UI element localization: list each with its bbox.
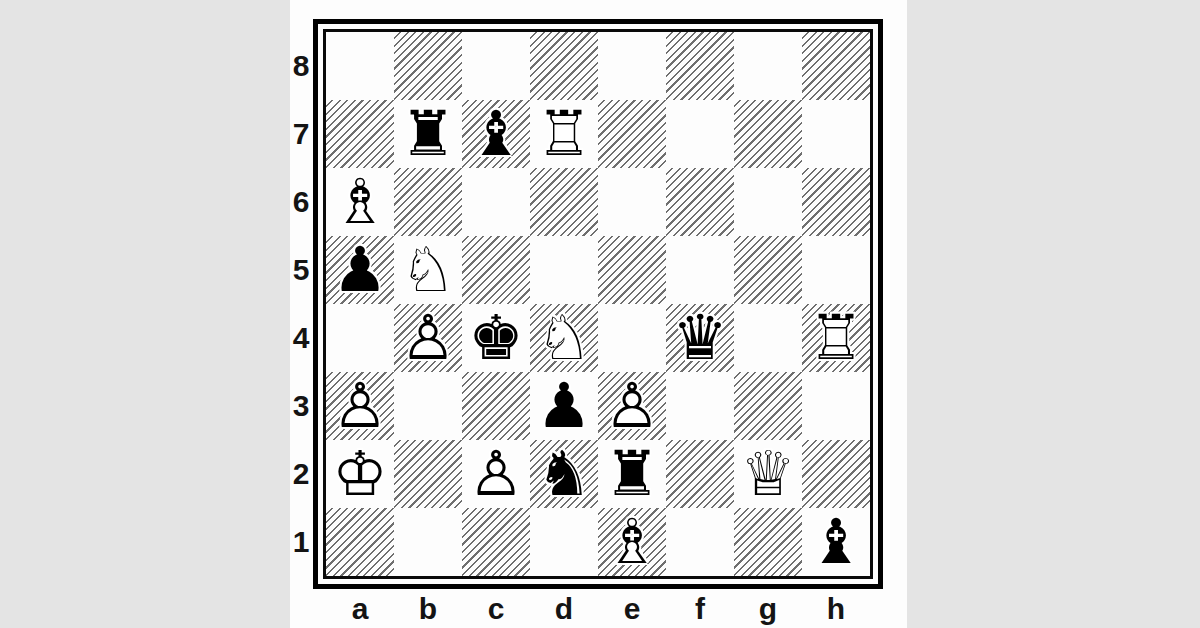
piece-halo: ♞ xyxy=(530,304,598,372)
piece-halo: ♜ xyxy=(394,100,462,168)
file-label-c: c xyxy=(462,591,530,626)
rank-labels: 87654321 xyxy=(290,32,312,576)
file-label-a: a xyxy=(326,591,394,626)
piece-black-king: ♚ xyxy=(462,304,530,372)
square-h5[interactable] xyxy=(802,236,870,304)
piece-black-bishop: ♝ xyxy=(462,100,530,168)
file-label-g: g xyxy=(734,591,802,626)
rank-label-3: 3 xyxy=(290,372,312,440)
square-g6[interactable] xyxy=(734,168,802,236)
square-g3[interactable] xyxy=(734,372,802,440)
square-f8[interactable] xyxy=(666,32,734,100)
square-c3[interactable] xyxy=(462,372,530,440)
square-d3[interactable]: ♟♟ xyxy=(530,372,598,440)
piece-black-pawn: ♟ xyxy=(326,236,394,304)
piece-halo: ♜ xyxy=(802,304,870,372)
piece-black-bishop: ♝ xyxy=(802,508,870,576)
page: 87654321 ♜♜♝♝♜♖♝♗♟♟♞♘♟♙♚♚♞♘♛♛♜♖♟♙♟♟♟♙♚♔♟… xyxy=(0,0,1200,628)
square-c4[interactable]: ♚♚ xyxy=(462,304,530,372)
rank-label-6: 6 xyxy=(290,168,312,236)
piece-halo: ♛ xyxy=(734,440,802,508)
square-b3[interactable] xyxy=(394,372,462,440)
square-c6[interactable] xyxy=(462,168,530,236)
rank-label-8: 8 xyxy=(290,32,312,100)
square-a8[interactable] xyxy=(326,32,394,100)
square-e6[interactable] xyxy=(598,168,666,236)
piece-white-rook: ♖ xyxy=(530,100,598,168)
piece-white-bishop: ♗ xyxy=(326,168,394,236)
square-g8[interactable] xyxy=(734,32,802,100)
rank-label-5: 5 xyxy=(290,236,312,304)
square-a3[interactable]: ♟♙ xyxy=(326,372,394,440)
square-e1[interactable]: ♝♗ xyxy=(598,508,666,576)
square-h8[interactable] xyxy=(802,32,870,100)
square-b2[interactable] xyxy=(394,440,462,508)
piece-white-pawn: ♙ xyxy=(462,440,530,508)
piece-halo: ♟ xyxy=(598,372,666,440)
square-g2[interactable]: ♛♕ xyxy=(734,440,802,508)
square-h1[interactable]: ♝♝ xyxy=(802,508,870,576)
square-e7[interactable] xyxy=(598,100,666,168)
piece-halo: ♟ xyxy=(530,372,598,440)
square-h4[interactable]: ♜♖ xyxy=(802,304,870,372)
file-label-d: d xyxy=(530,591,598,626)
piece-white-knight: ♘ xyxy=(530,304,598,372)
piece-black-pawn: ♟ xyxy=(530,372,598,440)
square-b8[interactable] xyxy=(394,32,462,100)
square-c1[interactable] xyxy=(462,508,530,576)
square-g7[interactable] xyxy=(734,100,802,168)
square-d2[interactable]: ♞♞ xyxy=(530,440,598,508)
board-inner-border: ♜♜♝♝♜♖♝♗♟♟♞♘♟♙♚♚♞♘♛♛♜♖♟♙♟♟♟♙♚♔♟♙♞♞♜♜♛♕♝♗… xyxy=(323,29,873,579)
piece-halo: ♜ xyxy=(598,440,666,508)
square-c8[interactable] xyxy=(462,32,530,100)
piece-halo: ♚ xyxy=(462,304,530,372)
square-c7[interactable]: ♝♝ xyxy=(462,100,530,168)
piece-halo: ♝ xyxy=(462,100,530,168)
square-b7[interactable]: ♜♜ xyxy=(394,100,462,168)
file-label-e: e xyxy=(598,591,666,626)
piece-halo: ♝ xyxy=(598,508,666,576)
square-f7[interactable] xyxy=(666,100,734,168)
piece-white-knight: ♘ xyxy=(394,236,462,304)
file-label-b: b xyxy=(394,591,462,626)
square-e5[interactable] xyxy=(598,236,666,304)
square-a4[interactable] xyxy=(326,304,394,372)
square-h2[interactable] xyxy=(802,440,870,508)
piece-white-pawn: ♙ xyxy=(394,304,462,372)
square-e2[interactable]: ♜♜ xyxy=(598,440,666,508)
square-h6[interactable] xyxy=(802,168,870,236)
square-d5[interactable] xyxy=(530,236,598,304)
piece-white-pawn: ♙ xyxy=(326,372,394,440)
square-b5[interactable]: ♞♘ xyxy=(394,236,462,304)
square-f5[interactable] xyxy=(666,236,734,304)
rank-label-7: 7 xyxy=(290,100,312,168)
square-f2[interactable] xyxy=(666,440,734,508)
square-a1[interactable] xyxy=(326,508,394,576)
square-g5[interactable] xyxy=(734,236,802,304)
piece-halo: ♞ xyxy=(394,236,462,304)
square-f4[interactable]: ♛♛ xyxy=(666,304,734,372)
square-g1[interactable] xyxy=(734,508,802,576)
piece-halo: ♟ xyxy=(326,236,394,304)
rank-label-4: 4 xyxy=(290,304,312,372)
piece-black-rook: ♜ xyxy=(598,440,666,508)
piece-black-knight: ♞ xyxy=(530,440,598,508)
piece-halo: ♚ xyxy=(326,440,394,508)
piece-white-pawn: ♙ xyxy=(598,372,666,440)
piece-black-queen: ♛ xyxy=(666,304,734,372)
chess-board: ♜♜♝♝♜♖♝♗♟♟♞♘♟♙♚♚♞♘♛♛♜♖♟♙♟♟♟♙♚♔♟♙♞♞♜♜♛♕♝♗… xyxy=(326,32,870,576)
square-c2[interactable]: ♟♙ xyxy=(462,440,530,508)
square-d4[interactable]: ♞♘ xyxy=(530,304,598,372)
square-d1[interactable] xyxy=(530,508,598,576)
file-label-h: h xyxy=(802,591,870,626)
board-frame: ♜♜♝♝♜♖♝♗♟♟♞♘♟♙♚♚♞♘♛♛♜♖♟♙♟♟♟♙♚♔♟♙♞♞♜♜♛♕♝♗… xyxy=(313,19,883,589)
piece-halo: ♟ xyxy=(394,304,462,372)
square-f6[interactable] xyxy=(666,168,734,236)
square-d7[interactable]: ♜♖ xyxy=(530,100,598,168)
square-a6[interactable]: ♝♗ xyxy=(326,168,394,236)
piece-halo: ♜ xyxy=(530,100,598,168)
square-g4[interactable] xyxy=(734,304,802,372)
piece-black-rook: ♜ xyxy=(394,100,462,168)
square-f3[interactable] xyxy=(666,372,734,440)
square-e8[interactable] xyxy=(598,32,666,100)
piece-halo: ♞ xyxy=(530,440,598,508)
piece-halo: ♟ xyxy=(462,440,530,508)
piece-halo: ♝ xyxy=(802,508,870,576)
square-a5[interactable]: ♟♟ xyxy=(326,236,394,304)
piece-halo: ♟ xyxy=(326,372,394,440)
square-f1[interactable] xyxy=(666,508,734,576)
square-d6[interactable] xyxy=(530,168,598,236)
square-e4[interactable] xyxy=(598,304,666,372)
rank-label-2: 2 xyxy=(290,440,312,508)
square-a2[interactable]: ♚♔ xyxy=(326,440,394,508)
square-b4[interactable]: ♟♙ xyxy=(394,304,462,372)
piece-white-bishop: ♗ xyxy=(598,508,666,576)
square-b6[interactable] xyxy=(394,168,462,236)
diagram-panel: 87654321 ♜♜♝♝♜♖♝♗♟♟♞♘♟♙♚♚♞♘♛♛♜♖♟♙♟♟♟♙♚♔♟… xyxy=(290,0,907,628)
piece-white-rook: ♖ xyxy=(802,304,870,372)
piece-halo: ♝ xyxy=(326,168,394,236)
square-b1[interactable] xyxy=(394,508,462,576)
square-e3[interactable]: ♟♙ xyxy=(598,372,666,440)
file-label-f: f xyxy=(666,591,734,626)
square-c5[interactable] xyxy=(462,236,530,304)
square-a7[interactable] xyxy=(326,100,394,168)
square-h3[interactable] xyxy=(802,372,870,440)
file-labels: abcdefgh xyxy=(326,591,870,626)
rank-label-1: 1 xyxy=(290,508,312,576)
square-d8[interactable] xyxy=(530,32,598,100)
piece-halo: ♛ xyxy=(666,304,734,372)
piece-white-king: ♔ xyxy=(326,440,394,508)
square-h7[interactable] xyxy=(802,100,870,168)
piece-white-queen: ♕ xyxy=(734,440,802,508)
